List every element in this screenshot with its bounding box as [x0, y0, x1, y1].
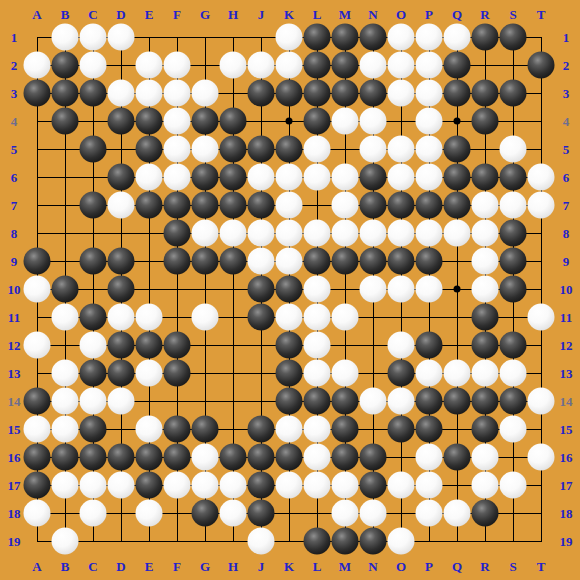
white-stone-P5 — [416, 136, 443, 163]
black-stone-B4 — [52, 108, 79, 135]
black-stone-H4 — [220, 108, 247, 135]
white-stone-E3 — [136, 80, 163, 107]
black-stone-R14 — [472, 388, 499, 415]
black-stone-N1 — [360, 24, 387, 51]
black-stone-F15 — [164, 416, 191, 443]
col-label-bottom-M: M — [339, 560, 351, 573]
black-stone-S12 — [500, 332, 527, 359]
black-stone-T2 — [528, 52, 555, 79]
white-stone-J2 — [248, 52, 275, 79]
black-stone-G9 — [192, 248, 219, 275]
white-stone-O14 — [388, 388, 415, 415]
white-stone-T11 — [528, 304, 555, 331]
white-stone-E6 — [136, 164, 163, 191]
black-stone-L19 — [304, 528, 331, 555]
white-stone-H2 — [220, 52, 247, 79]
col-label-top-F: F — [173, 8, 181, 21]
white-stone-P10 — [416, 276, 443, 303]
black-stone-C15 — [80, 416, 107, 443]
black-stone-M2 — [332, 52, 359, 79]
black-stone-P7 — [416, 192, 443, 219]
black-stone-P14 — [416, 388, 443, 415]
white-stone-O17 — [388, 472, 415, 499]
black-stone-B3 — [52, 80, 79, 107]
white-stone-P13 — [416, 360, 443, 387]
row-label-right-4: 4 — [563, 115, 570, 128]
black-stone-E5 — [136, 136, 163, 163]
black-stone-J16 — [248, 444, 275, 471]
black-stone-S1 — [500, 24, 527, 51]
black-stone-R6 — [472, 164, 499, 191]
white-stone-O2 — [388, 52, 415, 79]
black-stone-Q6 — [444, 164, 471, 191]
black-stone-M3 — [332, 80, 359, 107]
black-stone-N16 — [360, 444, 387, 471]
star-point-Q10 — [454, 286, 461, 293]
black-stone-Q3 — [444, 80, 471, 107]
white-stone-O8 — [388, 220, 415, 247]
white-stone-N10 — [360, 276, 387, 303]
white-stone-D1 — [108, 24, 135, 51]
black-stone-K14 — [276, 388, 303, 415]
white-stone-M11 — [332, 304, 359, 331]
row-label-left-5: 5 — [11, 143, 18, 156]
white-stone-L16 — [304, 444, 331, 471]
white-stone-O6 — [388, 164, 415, 191]
row-label-left-16: 16 — [8, 451, 21, 464]
row-label-right-9: 9 — [563, 255, 570, 268]
white-stone-K15 — [276, 416, 303, 443]
col-label-bottom-J: J — [258, 560, 265, 573]
white-stone-N8 — [360, 220, 387, 247]
row-label-left-12: 12 — [8, 339, 21, 352]
black-stone-E4 — [136, 108, 163, 135]
white-stone-T7 — [528, 192, 555, 219]
star-point-K4 — [286, 118, 293, 125]
black-stone-Q7 — [444, 192, 471, 219]
black-stone-G6 — [192, 164, 219, 191]
white-stone-P8 — [416, 220, 443, 247]
white-stone-D11 — [108, 304, 135, 331]
white-stone-F5 — [164, 136, 191, 163]
white-stone-F4 — [164, 108, 191, 135]
white-stone-O5 — [388, 136, 415, 163]
white-stone-F2 — [164, 52, 191, 79]
black-stone-J5 — [248, 136, 275, 163]
white-stone-S13 — [500, 360, 527, 387]
white-stone-A18 — [24, 500, 51, 527]
black-stone-K12 — [276, 332, 303, 359]
row-label-right-6: 6 — [563, 171, 570, 184]
black-stone-D4 — [108, 108, 135, 135]
black-stone-N17 — [360, 472, 387, 499]
black-stone-L4 — [304, 108, 331, 135]
black-stone-D6 — [108, 164, 135, 191]
white-stone-G17 — [192, 472, 219, 499]
white-stone-B15 — [52, 416, 79, 443]
col-label-bottom-O: O — [396, 560, 406, 573]
row-label-left-18: 18 — [8, 507, 21, 520]
white-stone-A15 — [24, 416, 51, 443]
black-stone-R15 — [472, 416, 499, 443]
black-stone-F8 — [164, 220, 191, 247]
row-label-right-13: 13 — [560, 367, 573, 380]
col-label-bottom-R: R — [480, 560, 489, 573]
col-label-top-K: K — [284, 8, 294, 21]
white-stone-N18 — [360, 500, 387, 527]
white-stone-P2 — [416, 52, 443, 79]
white-stone-B14 — [52, 388, 79, 415]
white-stone-R7 — [472, 192, 499, 219]
row-label-right-10: 10 — [560, 283, 573, 296]
black-stone-C7 — [80, 192, 107, 219]
white-stone-M7 — [332, 192, 359, 219]
white-stone-T14 — [528, 388, 555, 415]
black-stone-J18 — [248, 500, 275, 527]
black-stone-R11 — [472, 304, 499, 331]
row-label-left-4: 4 — [11, 115, 18, 128]
row-label-left-15: 15 — [8, 423, 21, 436]
row-label-left-2: 2 — [11, 59, 18, 72]
white-stone-L5 — [304, 136, 331, 163]
black-stone-A9 — [24, 248, 51, 275]
white-stone-G8 — [192, 220, 219, 247]
col-label-bottom-H: H — [228, 560, 238, 573]
black-stone-G18 — [192, 500, 219, 527]
black-stone-H6 — [220, 164, 247, 191]
white-stone-P4 — [416, 108, 443, 135]
black-stone-B10 — [52, 276, 79, 303]
white-stone-K6 — [276, 164, 303, 191]
white-stone-B19 — [52, 528, 79, 555]
black-stone-L2 — [304, 52, 331, 79]
black-stone-S3 — [500, 80, 527, 107]
black-stone-C9 — [80, 248, 107, 275]
black-stone-B16 — [52, 444, 79, 471]
black-stone-S14 — [500, 388, 527, 415]
white-stone-J6 — [248, 164, 275, 191]
white-stone-L12 — [304, 332, 331, 359]
white-stone-R16 — [472, 444, 499, 471]
black-stone-J15 — [248, 416, 275, 443]
col-label-bottom-B: B — [61, 560, 70, 573]
col-label-top-P: P — [425, 8, 433, 21]
star-point-Q4 — [454, 118, 461, 125]
black-stone-G4 — [192, 108, 219, 135]
white-stone-J19 — [248, 528, 275, 555]
black-stone-K16 — [276, 444, 303, 471]
white-stone-L11 — [304, 304, 331, 331]
col-label-bottom-E: E — [145, 560, 154, 573]
col-label-bottom-A: A — [32, 560, 41, 573]
row-label-right-5: 5 — [563, 143, 570, 156]
row-label-left-9: 9 — [11, 255, 18, 268]
row-label-left-14: 14 — [8, 395, 21, 408]
black-stone-D10 — [108, 276, 135, 303]
white-stone-M8 — [332, 220, 359, 247]
black-stone-A17 — [24, 472, 51, 499]
row-label-left-1: 1 — [11, 31, 18, 44]
black-stone-D13 — [108, 360, 135, 387]
white-stone-O19 — [388, 528, 415, 555]
white-stone-K9 — [276, 248, 303, 275]
black-stone-N3 — [360, 80, 387, 107]
white-stone-M13 — [332, 360, 359, 387]
white-stone-E13 — [136, 360, 163, 387]
col-label-top-G: G — [200, 8, 210, 21]
white-stone-K2 — [276, 52, 303, 79]
white-stone-D17 — [108, 472, 135, 499]
white-stone-P3 — [416, 80, 443, 107]
black-stone-R4 — [472, 108, 499, 135]
black-stone-L3 — [304, 80, 331, 107]
white-stone-G16 — [192, 444, 219, 471]
black-stone-H7 — [220, 192, 247, 219]
white-stone-K11 — [276, 304, 303, 331]
row-label-right-11: 11 — [560, 311, 572, 324]
col-label-top-A: A — [32, 8, 41, 21]
row-label-left-7: 7 — [11, 199, 18, 212]
white-stone-K17 — [276, 472, 303, 499]
white-stone-R13 — [472, 360, 499, 387]
col-label-top-H: H — [228, 8, 238, 21]
white-stone-F6 — [164, 164, 191, 191]
black-stone-P12 — [416, 332, 443, 359]
white-stone-Q18 — [444, 500, 471, 527]
black-stone-R18 — [472, 500, 499, 527]
white-stone-S7 — [500, 192, 527, 219]
black-stone-E16 — [136, 444, 163, 471]
go-board[interactable]: AABBCCDDEEFFGGHHJJKKLLMMNNOOPPQQRRSSTT11… — [0, 0, 580, 580]
white-stone-S15 — [500, 416, 527, 443]
white-stone-A12 — [24, 332, 51, 359]
white-stone-L6 — [304, 164, 331, 191]
black-stone-Q2 — [444, 52, 471, 79]
col-label-bottom-K: K — [284, 560, 294, 573]
white-stone-C12 — [80, 332, 107, 359]
white-stone-M17 — [332, 472, 359, 499]
white-stone-C17 — [80, 472, 107, 499]
col-label-top-E: E — [145, 8, 154, 21]
black-stone-D12 — [108, 332, 135, 359]
white-stone-Q13 — [444, 360, 471, 387]
col-label-bottom-L: L — [313, 560, 322, 573]
black-stone-Q5 — [444, 136, 471, 163]
row-label-right-8: 8 — [563, 227, 570, 240]
white-stone-H18 — [220, 500, 247, 527]
row-label-right-15: 15 — [560, 423, 573, 436]
black-stone-K13 — [276, 360, 303, 387]
black-stone-R1 — [472, 24, 499, 51]
row-label-right-16: 16 — [560, 451, 573, 464]
black-stone-F16 — [164, 444, 191, 471]
row-label-right-2: 2 — [563, 59, 570, 72]
black-stone-F12 — [164, 332, 191, 359]
row-label-left-19: 19 — [8, 535, 21, 548]
col-label-bottom-D: D — [116, 560, 125, 573]
black-stone-M9 — [332, 248, 359, 275]
white-stone-F3 — [164, 80, 191, 107]
black-stone-N6 — [360, 164, 387, 191]
white-stone-R17 — [472, 472, 499, 499]
col-label-top-T: T — [537, 8, 546, 21]
black-stone-A16 — [24, 444, 51, 471]
black-stone-A3 — [24, 80, 51, 107]
black-stone-R12 — [472, 332, 499, 359]
white-stone-F17 — [164, 472, 191, 499]
black-stone-H16 — [220, 444, 247, 471]
black-stone-J17 — [248, 472, 275, 499]
black-stone-C3 — [80, 80, 107, 107]
white-stone-P1 — [416, 24, 443, 51]
black-stone-B2 — [52, 52, 79, 79]
col-label-bottom-P: P — [425, 560, 433, 573]
black-stone-L9 — [304, 248, 331, 275]
col-label-top-O: O — [396, 8, 406, 21]
col-label-top-S: S — [509, 8, 516, 21]
white-stone-R8 — [472, 220, 499, 247]
white-stone-P16 — [416, 444, 443, 471]
black-stone-A14 — [24, 388, 51, 415]
col-label-top-N: N — [368, 8, 377, 21]
row-label-right-17: 17 — [560, 479, 573, 492]
white-stone-E11 — [136, 304, 163, 331]
white-stone-M4 — [332, 108, 359, 135]
col-label-top-R: R — [480, 8, 489, 21]
white-stone-T16 — [528, 444, 555, 471]
white-stone-D14 — [108, 388, 135, 415]
white-stone-N5 — [360, 136, 387, 163]
row-label-left-10: 10 — [8, 283, 21, 296]
white-stone-O1 — [388, 24, 415, 51]
col-label-top-Q: Q — [452, 8, 462, 21]
white-stone-M18 — [332, 500, 359, 527]
white-stone-E15 — [136, 416, 163, 443]
col-label-bottom-C: C — [88, 560, 97, 573]
white-stone-P17 — [416, 472, 443, 499]
black-stone-C11 — [80, 304, 107, 331]
white-stone-P18 — [416, 500, 443, 527]
row-label-right-7: 7 — [563, 199, 570, 212]
white-stone-J8 — [248, 220, 275, 247]
white-stone-Q1 — [444, 24, 471, 51]
black-stone-S10 — [500, 276, 527, 303]
white-stone-L17 — [304, 472, 331, 499]
white-stone-J9 — [248, 248, 275, 275]
black-stone-D9 — [108, 248, 135, 275]
black-stone-O7 — [388, 192, 415, 219]
white-stone-N4 — [360, 108, 387, 135]
black-stone-F13 — [164, 360, 191, 387]
black-stone-J11 — [248, 304, 275, 331]
black-stone-S9 — [500, 248, 527, 275]
black-stone-C13 — [80, 360, 107, 387]
white-stone-C1 — [80, 24, 107, 51]
black-stone-M16 — [332, 444, 359, 471]
white-stone-P6 — [416, 164, 443, 191]
white-stone-E2 — [136, 52, 163, 79]
white-stone-S5 — [500, 136, 527, 163]
black-stone-K5 — [276, 136, 303, 163]
white-stone-G11 — [192, 304, 219, 331]
black-stone-Q14 — [444, 388, 471, 415]
white-stone-A2 — [24, 52, 51, 79]
white-stone-G3 — [192, 80, 219, 107]
black-stone-P15 — [416, 416, 443, 443]
col-label-top-C: C — [88, 8, 97, 21]
white-stone-H17 — [220, 472, 247, 499]
col-label-bottom-N: N — [368, 560, 377, 573]
white-stone-D7 — [108, 192, 135, 219]
black-stone-J3 — [248, 80, 275, 107]
black-stone-N7 — [360, 192, 387, 219]
white-stone-Q8 — [444, 220, 471, 247]
white-stone-T6 — [528, 164, 555, 191]
black-stone-M1 — [332, 24, 359, 51]
white-stone-L10 — [304, 276, 331, 303]
black-stone-J10 — [248, 276, 275, 303]
white-stone-R10 — [472, 276, 499, 303]
black-stone-N9 — [360, 248, 387, 275]
black-stone-G15 — [192, 416, 219, 443]
black-stone-L1 — [304, 24, 331, 51]
black-stone-S6 — [500, 164, 527, 191]
black-stone-K3 — [276, 80, 303, 107]
white-stone-K7 — [276, 192, 303, 219]
white-stone-D3 — [108, 80, 135, 107]
white-stone-E18 — [136, 500, 163, 527]
black-stone-L14 — [304, 388, 331, 415]
col-label-bottom-S: S — [509, 560, 516, 573]
white-stone-B1 — [52, 24, 79, 51]
row-label-right-14: 14 — [560, 395, 573, 408]
col-label-bottom-T: T — [537, 560, 546, 573]
row-label-left-13: 13 — [8, 367, 21, 380]
black-stone-G7 — [192, 192, 219, 219]
white-stone-C2 — [80, 52, 107, 79]
white-stone-O3 — [388, 80, 415, 107]
black-stone-P9 — [416, 248, 443, 275]
black-stone-N19 — [360, 528, 387, 555]
black-stone-M14 — [332, 388, 359, 415]
white-stone-L15 — [304, 416, 331, 443]
black-stone-J7 — [248, 192, 275, 219]
row-label-left-17: 17 — [8, 479, 21, 492]
white-stone-L8 — [304, 220, 331, 247]
white-stone-R9 — [472, 248, 499, 275]
black-stone-E12 — [136, 332, 163, 359]
row-label-right-3: 3 — [563, 87, 570, 100]
white-stone-A10 — [24, 276, 51, 303]
white-stone-G5 — [192, 136, 219, 163]
black-stone-O15 — [388, 416, 415, 443]
black-stone-Q16 — [444, 444, 471, 471]
row-label-right-19: 19 — [560, 535, 573, 548]
black-stone-H5 — [220, 136, 247, 163]
white-stone-S17 — [500, 472, 527, 499]
col-label-top-L: L — [313, 8, 322, 21]
black-stone-H9 — [220, 248, 247, 275]
col-label-bottom-F: F — [173, 560, 181, 573]
row-label-left-8: 8 — [11, 227, 18, 240]
white-stone-K1 — [276, 24, 303, 51]
col-label-top-M: M — [339, 8, 351, 21]
row-label-left-3: 3 — [11, 87, 18, 100]
white-stone-O12 — [388, 332, 415, 359]
black-stone-D16 — [108, 444, 135, 471]
white-stone-K8 — [276, 220, 303, 247]
row-label-right-1: 1 — [563, 31, 570, 44]
